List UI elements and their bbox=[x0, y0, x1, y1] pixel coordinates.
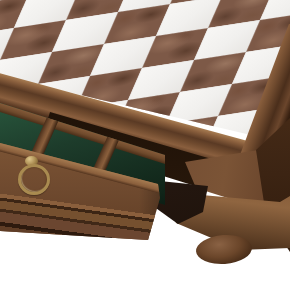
bun-foot bbox=[195, 233, 253, 266]
chess-case-product-photo bbox=[0, 0, 290, 290]
ring-loop bbox=[18, 164, 50, 195]
